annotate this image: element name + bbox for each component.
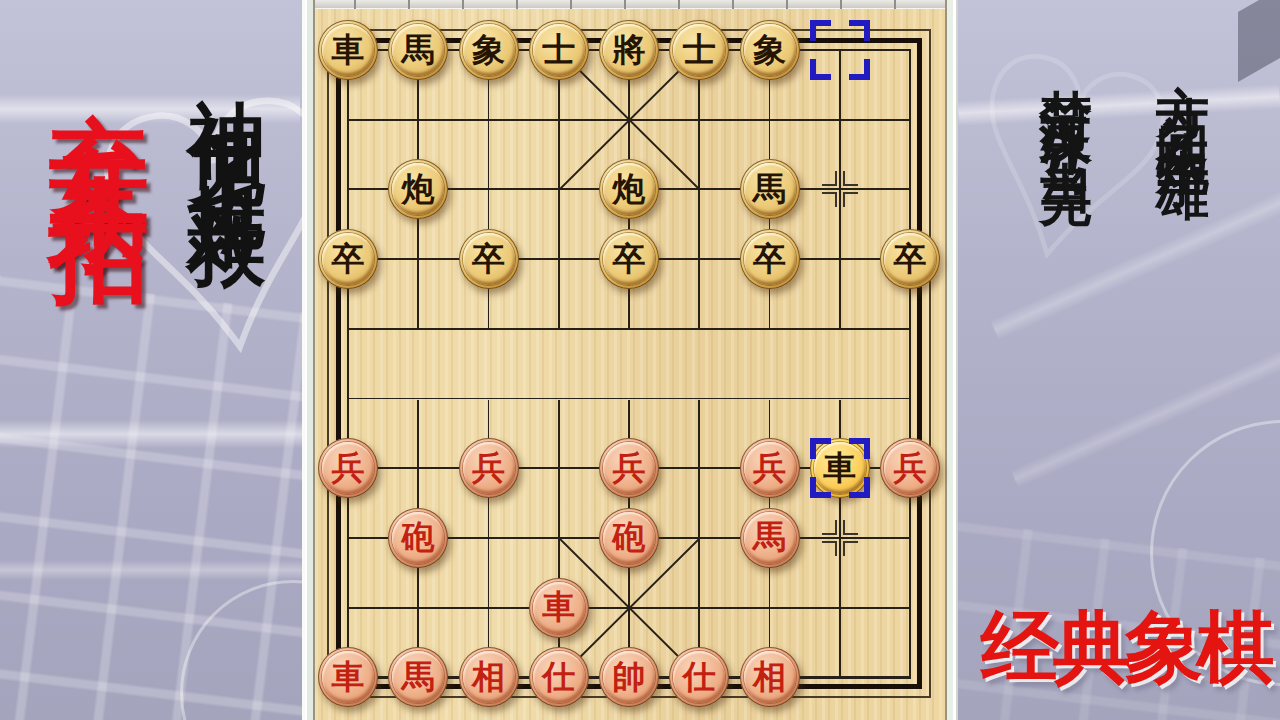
marker-corner <box>810 20 831 41</box>
piece-red-advisor[interactable]: 仕 <box>529 647 589 707</box>
piece-red-soldier[interactable]: 兵 <box>599 438 659 498</box>
marker-corner <box>843 192 858 207</box>
left-red-title: 弃车杀招 <box>33 28 168 160</box>
board-grid <box>347 49 911 679</box>
marker-corner <box>849 477 870 498</box>
marker-corner <box>810 477 831 498</box>
piece-character: 象 <box>740 20 800 80</box>
marker-corner <box>810 59 831 80</box>
piece-black-advisor[interactable]: 士 <box>529 20 589 80</box>
piece-red-soldier[interactable]: 兵 <box>880 438 940 498</box>
piece-black-cannon[interactable]: 炮 <box>599 159 659 219</box>
piece-character: 卒 <box>318 229 378 289</box>
piece-red-horse[interactable]: 馬 <box>740 508 800 568</box>
last-move-destination-marker <box>810 438 870 498</box>
marker-corner <box>822 192 837 207</box>
piece-character: 兵 <box>599 438 659 498</box>
piece-character: 仕 <box>529 647 589 707</box>
piece-character: 相 <box>740 647 800 707</box>
piece-black-soldier[interactable]: 卒 <box>880 229 940 289</box>
piece-red-advisor[interactable]: 仕 <box>669 647 729 707</box>
piece-character: 象 <box>459 20 519 80</box>
piece-red-elephant[interactable]: 相 <box>740 647 800 707</box>
bottom-right-red-caption: 经典象棋 <box>981 596 1269 701</box>
piece-character: 馬 <box>740 508 800 568</box>
piece-black-soldier[interactable]: 卒 <box>599 229 659 289</box>
piece-red-soldier[interactable]: 兵 <box>740 438 800 498</box>
piece-character: 兵 <box>459 438 519 498</box>
marker-corner <box>843 171 858 186</box>
piece-character: 兵 <box>740 438 800 498</box>
piece-character: 士 <box>669 20 729 80</box>
piece-character: 兵 <box>880 438 940 498</box>
marker-corner <box>822 171 837 186</box>
left-black-caption: 神仙见了也难救 <box>176 36 280 169</box>
last-move-origin-marker <box>810 20 870 80</box>
piece-character: 砲 <box>599 508 659 568</box>
piece-red-elephant[interactable]: 相 <box>459 647 519 707</box>
piece-black-general[interactable]: 將 <box>599 20 659 80</box>
piece-black-horse[interactable]: 馬 <box>388 20 448 80</box>
piece-character: 馬 <box>740 159 800 219</box>
piece-character: 兵 <box>318 438 378 498</box>
piece-character: 士 <box>529 20 589 80</box>
marker-corner <box>849 438 870 459</box>
piece-black-elephant[interactable]: 象 <box>459 20 519 80</box>
piece-character: 馬 <box>388 20 448 80</box>
piece-black-advisor[interactable]: 士 <box>669 20 729 80</box>
piece-character: 車 <box>318 647 378 707</box>
piece-black-cannon[interactable]: 炮 <box>388 159 448 219</box>
piece-red-soldier[interactable]: 兵 <box>459 438 519 498</box>
right-outer-caption: 方寸之间车炮争雄 <box>1148 41 1220 137</box>
piece-character: 帥 <box>599 647 659 707</box>
piece-character: 車 <box>318 20 378 80</box>
piece-character: 炮 <box>388 159 448 219</box>
marker-corner <box>843 541 858 556</box>
piece-red-horse[interactable]: 馬 <box>388 647 448 707</box>
piece-black-soldier[interactable]: 卒 <box>318 229 378 289</box>
piece-character: 砲 <box>388 508 448 568</box>
board-point-marker <box>822 520 858 556</box>
piece-character: 車 <box>529 578 589 638</box>
piece-red-cannon[interactable]: 砲 <box>599 508 659 568</box>
piece-character: 卒 <box>880 229 940 289</box>
piece-red-soldier[interactable]: 兵 <box>318 438 378 498</box>
piece-character: 炮 <box>599 159 659 219</box>
page: { "game": "xiangqi", "position": { "fen"… <box>0 0 1280 720</box>
piece-character: 卒 <box>459 229 519 289</box>
marker-corner <box>822 541 837 556</box>
piece-character: 相 <box>459 647 519 707</box>
marker-corner <box>849 59 870 80</box>
piece-character: 馬 <box>388 647 448 707</box>
piece-black-soldier[interactable]: 卒 <box>459 229 519 289</box>
piece-red-chariot[interactable]: 車 <box>529 578 589 638</box>
piece-character: 仕 <box>669 647 729 707</box>
marker-corner <box>810 438 831 459</box>
marker-corner <box>843 520 858 535</box>
piece-character: 卒 <box>740 229 800 289</box>
marker-corner <box>849 20 870 41</box>
piece-black-soldier[interactable]: 卒 <box>740 229 800 289</box>
piece-red-cannon[interactable]: 砲 <box>388 508 448 568</box>
piece-black-chariot[interactable]: 車 <box>318 20 378 80</box>
piece-character: 將 <box>599 20 659 80</box>
marker-corner <box>822 520 837 535</box>
board-point-marker <box>822 171 858 207</box>
piece-character: 卒 <box>599 229 659 289</box>
right-inner-caption: 楚河汉界一马当先 <box>1031 47 1103 143</box>
piece-black-horse[interactable]: 馬 <box>740 159 800 219</box>
piece-red-general[interactable]: 帥 <box>599 647 659 707</box>
piece-black-elephant[interactable]: 象 <box>740 20 800 80</box>
piece-red-chariot[interactable]: 車 <box>318 647 378 707</box>
